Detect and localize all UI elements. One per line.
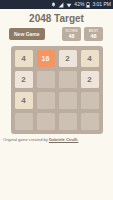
wifi-icon [66,2,72,8]
best-value: 48 [90,33,96,39]
game-board[interactable]: 41624224 [11,46,103,134]
empty-cell [37,71,55,88]
tile-4: 4 [81,50,99,67]
empty-cell [59,71,77,88]
controls-row: New Game SCORE 48 BEST 48 [9,27,103,41]
tile-4: 4 [15,92,33,109]
tile-2: 2 [81,71,99,88]
best-box: BEST 48 [84,27,103,41]
bell-icon [51,2,56,7]
empty-cell [37,92,55,109]
empty-cell [81,92,99,109]
battery-percent-text: 42% [74,0,84,9]
tile-2: 2 [59,50,77,67]
empty-cell [15,113,33,130]
credit-text: Original game created by Gabriele Cirull… [3,137,113,142]
page-title: 2048 Target [0,13,113,24]
signal-icon [58,2,64,8]
battery-icon [86,2,90,8]
empty-cell [59,113,77,130]
tile-2: 2 [15,71,33,88]
empty-cell [37,113,55,130]
empty-cell [59,92,77,109]
new-game-button[interactable]: New Game [9,28,45,40]
status-bar: 42% 3:01 PM [0,0,113,9]
credit-link[interactable]: Gabriele Cirulli. [49,137,79,142]
credit-prefix: Original game created by [3,137,49,142]
tile-4: 4 [15,50,33,67]
score-value: 48 [68,33,74,39]
score-box: SCORE 48 [62,27,81,41]
clock-text: 3:01 PM [92,0,111,9]
empty-cell [81,113,99,130]
tile-16: 16 [37,50,55,67]
app-screen: 42% 3:01 PM 2048 Target New Game SCORE 4… [0,0,113,200]
